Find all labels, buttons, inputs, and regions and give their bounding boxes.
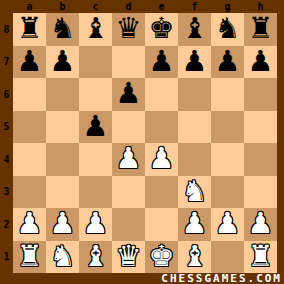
black-knight-b8: ♞	[50, 13, 76, 44]
file-label-e: e	[145, 0, 178, 13]
square-b7[interactable]: ♟	[46, 46, 79, 79]
square-c2[interactable]: ♟	[79, 208, 112, 241]
square-g2[interactable]: ♟	[211, 208, 244, 241]
chess-board: ♜♞♝♛♚♝♞♜♟♟♟♟♟♟♟♟♟♟♞♟♟♟♟♟♟♜♞♝♛♚♝♜	[13, 13, 277, 273]
square-d7[interactable]	[112, 46, 145, 79]
square-d2[interactable]	[112, 208, 145, 241]
square-d6[interactable]: ♟	[112, 78, 145, 111]
square-g4[interactable]	[211, 143, 244, 176]
square-e4[interactable]: ♟	[145, 143, 178, 176]
white-rook-h1: ♜	[248, 241, 274, 272]
file-labels: abcdefgh	[13, 0, 277, 13]
square-b5[interactable]	[46, 111, 79, 144]
square-a5[interactable]	[13, 111, 46, 144]
square-g5[interactable]	[211, 111, 244, 144]
white-queen-d1: ♛	[116, 241, 142, 272]
square-g1[interactable]	[211, 241, 244, 274]
square-b4[interactable]	[46, 143, 79, 176]
rank-label-1: 1	[0, 241, 13, 274]
square-a3[interactable]	[13, 176, 46, 209]
black-rook-h8: ♜	[248, 13, 274, 44]
square-e3[interactable]	[145, 176, 178, 209]
square-a1[interactable]: ♜	[13, 241, 46, 274]
rank-label-6: 6	[0, 78, 13, 111]
white-king-e1: ♚	[149, 241, 175, 272]
rank-label-2: 2	[0, 208, 13, 241]
black-pawn-e7: ♟	[149, 46, 175, 77]
white-bishop-f1: ♝	[182, 241, 208, 272]
square-b3[interactable]	[46, 176, 79, 209]
square-h4[interactable]	[244, 143, 277, 176]
chess-board-frame: abcdefgh 87654321 ♜♞♝♛♚♝♞♜♟♟♟♟♟♟♟♟♟♟♞♟♟♟…	[0, 0, 284, 284]
square-f1[interactable]: ♝	[178, 241, 211, 274]
white-pawn-b2: ♟	[50, 208, 76, 239]
white-pawn-a2: ♟	[17, 208, 43, 239]
square-b2[interactable]: ♟	[46, 208, 79, 241]
square-f5[interactable]	[178, 111, 211, 144]
square-f8[interactable]: ♝	[178, 13, 211, 46]
square-h5[interactable]	[244, 111, 277, 144]
square-f2[interactable]: ♟	[178, 208, 211, 241]
square-g3[interactable]	[211, 176, 244, 209]
black-pawn-a7: ♟	[17, 46, 43, 77]
white-rook-a1: ♜	[17, 241, 43, 272]
site-watermark: CHESSGAMES.COM	[161, 273, 282, 284]
square-h2[interactable]: ♟	[244, 208, 277, 241]
square-f3[interactable]: ♞	[178, 176, 211, 209]
square-a4[interactable]	[13, 143, 46, 176]
square-f6[interactable]	[178, 78, 211, 111]
square-e2[interactable]	[145, 208, 178, 241]
square-c7[interactable]	[79, 46, 112, 79]
file-label-f: f	[178, 0, 211, 13]
square-b6[interactable]	[46, 78, 79, 111]
black-pawn-f7: ♟	[182, 46, 208, 77]
white-pawn-h2: ♟	[248, 208, 274, 239]
square-h3[interactable]	[244, 176, 277, 209]
square-c8[interactable]: ♝	[79, 13, 112, 46]
square-d3[interactable]	[112, 176, 145, 209]
square-e1[interactable]: ♚	[145, 241, 178, 274]
square-e5[interactable]	[145, 111, 178, 144]
square-c6[interactable]	[79, 78, 112, 111]
black-king-e8: ♚	[149, 13, 175, 44]
square-g6[interactable]	[211, 78, 244, 111]
square-c4[interactable]	[79, 143, 112, 176]
white-knight-f3: ♞	[182, 176, 208, 207]
file-label-h: h	[244, 0, 277, 13]
rank-label-7: 7	[0, 46, 13, 79]
rank-label-4: 4	[0, 143, 13, 176]
rank-label-8: 8	[0, 13, 13, 46]
black-pawn-c5: ♟	[83, 111, 109, 142]
black-pawn-b7: ♟	[50, 46, 76, 77]
square-b1[interactable]: ♞	[46, 241, 79, 274]
black-knight-g8: ♞	[215, 13, 241, 44]
square-a2[interactable]: ♟	[13, 208, 46, 241]
white-pawn-e4: ♟	[149, 143, 175, 174]
black-rook-a8: ♜	[17, 13, 43, 44]
white-pawn-f2: ♟	[182, 208, 208, 239]
square-c5[interactable]: ♟	[79, 111, 112, 144]
black-bishop-c8: ♝	[83, 13, 109, 44]
black-pawn-g7: ♟	[215, 46, 241, 77]
square-e7[interactable]: ♟	[145, 46, 178, 79]
square-g8[interactable]: ♞	[211, 13, 244, 46]
black-bishop-f8: ♝	[182, 13, 208, 44]
rank-label-3: 3	[0, 176, 13, 209]
square-b8[interactable]: ♞	[46, 13, 79, 46]
square-h8[interactable]: ♜	[244, 13, 277, 46]
file-label-g: g	[211, 0, 244, 13]
square-d4[interactable]: ♟	[112, 143, 145, 176]
square-d1[interactable]: ♛	[112, 241, 145, 274]
square-f7[interactable]: ♟	[178, 46, 211, 79]
black-pawn-h7: ♟	[248, 46, 274, 77]
square-h6[interactable]	[244, 78, 277, 111]
square-d5[interactable]	[112, 111, 145, 144]
square-a7[interactable]: ♟	[13, 46, 46, 79]
white-knight-b1: ♞	[50, 241, 76, 272]
file-label-d: d	[112, 0, 145, 13]
square-g7[interactable]: ♟	[211, 46, 244, 79]
square-a6[interactable]	[13, 78, 46, 111]
white-pawn-g2: ♟	[215, 208, 241, 239]
square-h7[interactable]: ♟	[244, 46, 277, 79]
square-e6[interactable]	[145, 78, 178, 111]
white-pawn-d4: ♟	[116, 143, 142, 174]
black-pawn-d6: ♟	[116, 78, 142, 109]
square-c1[interactable]: ♝	[79, 241, 112, 274]
rank-label-5: 5	[0, 111, 13, 144]
rank-labels: 87654321	[0, 13, 13, 273]
file-label-a: a	[13, 0, 46, 13]
square-e8[interactable]: ♚	[145, 13, 178, 46]
black-queen-d8: ♛	[116, 13, 142, 44]
square-f4[interactable]	[178, 143, 211, 176]
square-d8[interactable]: ♛	[112, 13, 145, 46]
square-a8[interactable]: ♜	[13, 13, 46, 46]
square-h1[interactable]: ♜	[244, 241, 277, 274]
white-bishop-c1: ♝	[83, 241, 109, 272]
white-pawn-c2: ♟	[83, 208, 109, 239]
square-c3[interactable]	[79, 176, 112, 209]
file-label-c: c	[79, 0, 112, 13]
file-label-b: b	[46, 0, 79, 13]
